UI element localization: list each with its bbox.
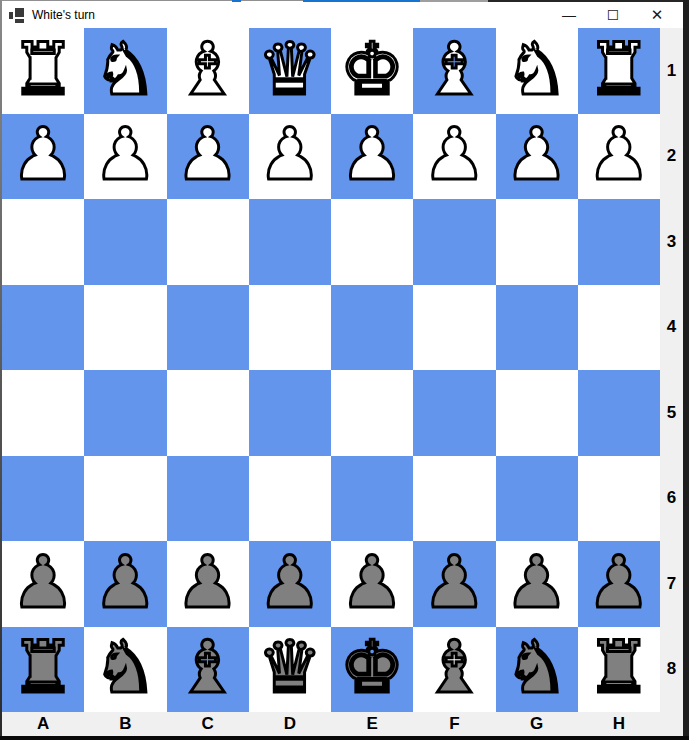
square-d4[interactable] — [249, 285, 331, 371]
black-knight: ♞ — [504, 631, 569, 703]
square-c8[interactable]: ♝ — [167, 627, 249, 713]
rank-label-5: 5 — [660, 370, 683, 456]
square-b7[interactable]: ♟ — [84, 541, 166, 627]
square-d1[interactable]: ♛ — [249, 28, 331, 114]
maximize-button[interactable]: ☐ — [591, 2, 635, 28]
square-g1[interactable]: ♞ — [496, 28, 578, 114]
square-d8[interactable]: ♛ — [249, 627, 331, 713]
white-bishop: ♝ — [175, 33, 240, 105]
app-icon-part — [15, 19, 24, 23]
square-f7[interactable]: ♟ — [413, 541, 495, 627]
square-e1[interactable]: ♚ — [331, 28, 413, 114]
app-icon-part — [15, 8, 24, 17]
square-c3[interactable] — [167, 199, 249, 285]
rank-label-7: 7 — [660, 541, 683, 627]
square-e8[interactable]: ♚ — [331, 627, 413, 713]
square-h3[interactable] — [578, 199, 660, 285]
minimize-button[interactable]: — — [547, 2, 591, 28]
square-d3[interactable] — [249, 199, 331, 285]
square-b5[interactable] — [84, 370, 166, 456]
chess-board: ♜♞♝♛♚♝♞♜♟♟♟♟♟♟♟♟♟♟♟♟♟♟♟♟♜♞♝♛♚♝♞♜ — [2, 28, 660, 712]
rank-label-4: 4 — [660, 285, 683, 371]
black-knight: ♞ — [93, 631, 158, 703]
white-pawn: ♟ — [340, 118, 405, 190]
file-label-g: G — [496, 712, 578, 736]
window-border-bottom — [0, 736, 689, 740]
square-g6[interactable] — [496, 456, 578, 542]
rank-label-1: 1 — [660, 28, 683, 114]
window-title: White's turn — [32, 8, 95, 22]
white-rook: ♜ — [587, 33, 652, 105]
square-c1[interactable]: ♝ — [167, 28, 249, 114]
black-pawn: ♟ — [587, 546, 652, 618]
square-f3[interactable] — [413, 199, 495, 285]
square-h2[interactable]: ♟ — [578, 114, 660, 200]
file-label-h: H — [578, 712, 660, 736]
square-h1[interactable]: ♜ — [578, 28, 660, 114]
file-label-a: A — [2, 712, 84, 736]
square-b3[interactable] — [84, 199, 166, 285]
white-pawn: ♟ — [93, 118, 158, 190]
black-pawn: ♟ — [258, 546, 323, 618]
square-e2[interactable]: ♟ — [331, 114, 413, 200]
white-knight: ♞ — [93, 33, 158, 105]
square-h5[interactable] — [578, 370, 660, 456]
square-e7[interactable]: ♟ — [331, 541, 413, 627]
square-d2[interactable]: ♟ — [249, 114, 331, 200]
square-c7[interactable]: ♟ — [167, 541, 249, 627]
white-bishop: ♝ — [422, 33, 487, 105]
square-b4[interactable] — [84, 285, 166, 371]
black-queen: ♛ — [258, 631, 323, 703]
file-label-f: F — [413, 712, 495, 736]
square-c4[interactable] — [167, 285, 249, 371]
square-a2[interactable]: ♟ — [2, 114, 84, 200]
rank-labels: 12345678 — [660, 28, 683, 712]
square-b8[interactable]: ♞ — [84, 627, 166, 713]
square-g3[interactable] — [496, 199, 578, 285]
square-b1[interactable]: ♞ — [84, 28, 166, 114]
square-a5[interactable] — [2, 370, 84, 456]
square-a8[interactable]: ♜ — [2, 627, 84, 713]
white-queen: ♛ — [258, 33, 323, 105]
file-labels: ABCDEFGH — [2, 712, 683, 736]
square-a4[interactable] — [2, 285, 84, 371]
black-pawn: ♟ — [175, 546, 240, 618]
square-g5[interactable] — [496, 370, 578, 456]
square-a6[interactable] — [2, 456, 84, 542]
square-g2[interactable]: ♟ — [496, 114, 578, 200]
black-king: ♚ — [340, 631, 405, 703]
square-b2[interactable]: ♟ — [84, 114, 166, 200]
square-h6[interactable] — [578, 456, 660, 542]
square-e6[interactable] — [331, 456, 413, 542]
square-f6[interactable] — [413, 456, 495, 542]
square-c2[interactable]: ♟ — [167, 114, 249, 200]
white-rook: ♜ — [11, 33, 76, 105]
square-b6[interactable] — [84, 456, 166, 542]
black-pawn: ♟ — [340, 546, 405, 618]
desktop-artifact — [241, 0, 303, 1]
square-h4[interactable] — [578, 285, 660, 371]
white-king: ♚ — [340, 33, 405, 105]
square-e4[interactable] — [331, 285, 413, 371]
desktop-artifact — [0, 0, 232, 1]
black-rook: ♜ — [587, 631, 652, 703]
black-bishop: ♝ — [422, 631, 487, 703]
window-controls: — ☐ ✕ — [547, 2, 679, 28]
white-pawn: ♟ — [587, 118, 652, 190]
white-knight: ♞ — [504, 33, 569, 105]
square-e3[interactable] — [331, 199, 413, 285]
square-c6[interactable] — [167, 456, 249, 542]
rank-label-8: 8 — [660, 627, 683, 713]
file-label-b: B — [84, 712, 166, 736]
square-d5[interactable] — [249, 370, 331, 456]
black-rook: ♜ — [11, 631, 76, 703]
square-g4[interactable] — [496, 285, 578, 371]
black-pawn: ♟ — [11, 546, 76, 618]
square-f4[interactable] — [413, 285, 495, 371]
rank-label-6: 6 — [660, 456, 683, 542]
square-c5[interactable] — [167, 370, 249, 456]
black-pawn: ♟ — [504, 546, 569, 618]
close-button[interactable]: ✕ — [635, 2, 679, 28]
square-g7[interactable]: ♟ — [496, 541, 578, 627]
white-pawn: ♟ — [175, 118, 240, 190]
square-a3[interactable] — [2, 199, 84, 285]
app-icon-part — [9, 12, 13, 19]
square-e5[interactable] — [331, 370, 413, 456]
title-bar: White's turn — ☐ ✕ — [2, 2, 683, 28]
white-pawn: ♟ — [422, 118, 487, 190]
square-f1[interactable]: ♝ — [413, 28, 495, 114]
window-border-right — [683, 0, 689, 740]
rank-label-2: 2 — [660, 114, 683, 200]
square-a1[interactable]: ♜ — [2, 28, 84, 114]
black-bishop: ♝ — [175, 631, 240, 703]
square-d6[interactable] — [249, 456, 331, 542]
window-border-left — [0, 0, 2, 736]
square-f5[interactable] — [413, 370, 495, 456]
rank-label-3: 3 — [660, 199, 683, 285]
file-label-e: E — [331, 712, 413, 736]
app-icon — [9, 8, 24, 23]
square-d7[interactable]: ♟ — [249, 541, 331, 627]
black-pawn: ♟ — [422, 546, 487, 618]
square-a7[interactable]: ♟ — [2, 541, 84, 627]
black-pawn: ♟ — [93, 546, 158, 618]
white-pawn: ♟ — [11, 118, 76, 190]
square-h7[interactable]: ♟ — [578, 541, 660, 627]
square-f2[interactable]: ♟ — [413, 114, 495, 200]
square-f8[interactable]: ♝ — [413, 627, 495, 713]
square-h8[interactable]: ♜ — [578, 627, 660, 713]
square-g8[interactable]: ♞ — [496, 627, 578, 713]
white-pawn: ♟ — [258, 118, 323, 190]
file-label-d: D — [249, 712, 331, 736]
white-pawn: ♟ — [504, 118, 569, 190]
file-label-c: C — [167, 712, 249, 736]
